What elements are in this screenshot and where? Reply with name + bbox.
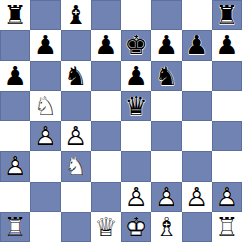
piece-glyph: ♟: [0, 61, 30, 91]
piece-glyph: ♟: [121, 61, 151, 91]
square-h7[interactable]: ♟: [212, 30, 242, 60]
square-f4[interactable]: [151, 121, 181, 151]
square-h6[interactable]: [212, 61, 242, 91]
piece-outline-layer: ♘: [30, 91, 60, 121]
white-rook[interactable]: ♜♖: [212, 212, 242, 242]
square-h3[interactable]: [212, 151, 242, 181]
piece-glyph: ♜: [0, 0, 30, 30]
white-knight[interactable]: ♞♘: [30, 91, 60, 121]
square-c5[interactable]: [61, 91, 91, 121]
piece-outline-layer: ♙: [182, 182, 212, 212]
square-e4[interactable]: [121, 121, 151, 151]
white-bishop[interactable]: ♝♗: [151, 212, 181, 242]
piece-outline-layer: ♕: [91, 212, 121, 242]
piece-outline-layer: ♔: [121, 212, 151, 242]
square-e6[interactable]: ♟: [121, 61, 151, 91]
square-h8[interactable]: ♜: [212, 0, 242, 30]
square-d8[interactable]: [91, 0, 121, 30]
black-pawn[interactable]: ♟: [182, 30, 212, 60]
black-rook[interactable]: ♜: [212, 0, 242, 30]
black-pawn[interactable]: ♟: [121, 61, 151, 91]
black-pawn[interactable]: ♟: [212, 30, 242, 60]
square-h2[interactable]: ♟♙: [212, 182, 242, 212]
square-f7[interactable]: ♟: [151, 30, 181, 60]
square-b4[interactable]: ♟♙: [30, 121, 60, 151]
white-pawn[interactable]: ♟♙: [0, 151, 30, 181]
square-b3[interactable]: [30, 151, 60, 181]
piece-outline-layer: ♘: [61, 151, 91, 181]
square-e7[interactable]: ♚: [121, 30, 151, 60]
square-e3[interactable]: [121, 151, 151, 181]
square-g3[interactable]: [182, 151, 212, 181]
white-pawn[interactable]: ♟♙: [182, 182, 212, 212]
square-b5[interactable]: ♞♘: [30, 91, 60, 121]
piece-glyph: ♟: [91, 30, 121, 60]
piece-glyph: ♛: [121, 91, 151, 121]
white-pawn[interactable]: ♟♙: [121, 182, 151, 212]
white-pawn[interactable]: ♟♙: [212, 182, 242, 212]
black-queen[interactable]: ♛: [121, 91, 151, 121]
square-e2[interactable]: ♟♙: [121, 182, 151, 212]
square-d3[interactable]: [91, 151, 121, 181]
piece-outline-layer: ♖: [212, 212, 242, 242]
square-f1[interactable]: ♝♗: [151, 212, 181, 242]
black-knight[interactable]: ♞: [61, 61, 91, 91]
black-bishop[interactable]: ♝: [61, 0, 91, 30]
square-a2[interactable]: [0, 182, 30, 212]
piece-glyph: ♜: [212, 0, 242, 30]
piece-outline-layer: ♙: [212, 182, 242, 212]
piece-outline-layer: ♙: [121, 182, 151, 212]
square-b7[interactable]: ♟: [30, 30, 60, 60]
white-knight[interactable]: ♞♘: [61, 151, 91, 181]
square-f5[interactable]: [151, 91, 181, 121]
square-e8[interactable]: [121, 0, 151, 30]
square-d1[interactable]: ♛♕: [91, 212, 121, 242]
piece-glyph: ♚: [121, 30, 151, 60]
square-c7[interactable]: [61, 30, 91, 60]
square-c1[interactable]: [61, 212, 91, 242]
square-d6[interactable]: [91, 61, 121, 91]
square-b2[interactable]: [30, 182, 60, 212]
square-c3[interactable]: ♞♘: [61, 151, 91, 181]
white-pawn[interactable]: ♟♙: [151, 182, 181, 212]
square-h5[interactable]: [212, 91, 242, 121]
chess-board: ♜♝♜♟♟♚♟♟♟♟♞♟♞♞♘♛♟♙♟♙♟♙♞♘♟♙♟♙♟♙♟♙♜♖♛♕♚♔♝♗…: [0, 0, 242, 242]
square-g6[interactable]: [182, 61, 212, 91]
square-c2[interactable]: [61, 182, 91, 212]
square-f3[interactable]: [151, 151, 181, 181]
piece-outline-layer: ♙: [0, 151, 30, 181]
square-a4[interactable]: [0, 121, 30, 151]
square-g8[interactable]: [182, 0, 212, 30]
piece-glyph: ♟: [30, 30, 60, 60]
square-g5[interactable]: [182, 91, 212, 121]
square-g1[interactable]: [182, 212, 212, 242]
square-a5[interactable]: [0, 91, 30, 121]
black-king[interactable]: ♚: [121, 30, 151, 60]
white-king[interactable]: ♚♔: [121, 212, 151, 242]
square-g7[interactable]: ♟: [182, 30, 212, 60]
piece-glyph: ♞: [61, 61, 91, 91]
square-d2[interactable]: [91, 182, 121, 212]
square-c6[interactable]: ♞: [61, 61, 91, 91]
square-b1[interactable]: [30, 212, 60, 242]
square-g4[interactable]: [182, 121, 212, 151]
square-d5[interactable]: [91, 91, 121, 121]
piece-glyph: ♟: [212, 30, 242, 60]
square-a3[interactable]: ♟♙: [0, 151, 30, 181]
black-rook[interactable]: ♜: [0, 0, 30, 30]
square-e5[interactable]: ♛: [121, 91, 151, 121]
piece-glyph: ♟: [182, 30, 212, 60]
square-h1[interactable]: ♜♖: [212, 212, 242, 242]
square-a7[interactable]: [0, 30, 30, 60]
white-pawn[interactable]: ♟♙: [61, 121, 91, 151]
square-a1[interactable]: ♜♖: [0, 212, 30, 242]
white-rook[interactable]: ♜♖: [0, 212, 30, 242]
black-pawn[interactable]: ♟: [30, 30, 60, 60]
piece-outline-layer: ♖: [0, 212, 30, 242]
square-g2[interactable]: ♟♙: [182, 182, 212, 212]
square-c8[interactable]: ♝: [61, 0, 91, 30]
square-e1[interactable]: ♚♔: [121, 212, 151, 242]
piece-glyph: ♝: [61, 0, 91, 30]
square-d4[interactable]: [91, 121, 121, 151]
white-pawn[interactable]: ♟♙: [30, 121, 60, 151]
square-h4[interactable]: [212, 121, 242, 151]
black-pawn[interactable]: ♟: [151, 30, 181, 60]
square-b8[interactable]: [30, 0, 60, 30]
square-d7[interactable]: ♟: [91, 30, 121, 60]
piece-outline-layer: ♙: [30, 121, 60, 151]
black-pawn[interactable]: ♟: [0, 61, 30, 91]
square-a6[interactable]: ♟: [0, 61, 30, 91]
piece-outline-layer: ♙: [61, 121, 91, 151]
black-knight[interactable]: ♞: [151, 61, 181, 91]
black-pawn[interactable]: ♟: [91, 30, 121, 60]
square-a8[interactable]: ♜: [0, 0, 30, 30]
piece-glyph: ♟: [151, 30, 181, 60]
square-b6[interactable]: [30, 61, 60, 91]
piece-outline-layer: ♗: [151, 212, 181, 242]
piece-glyph: ♞: [151, 61, 181, 91]
white-queen[interactable]: ♛♕: [91, 212, 121, 242]
square-f8[interactable]: [151, 0, 181, 30]
square-f2[interactable]: ♟♙: [151, 182, 181, 212]
piece-outline-layer: ♙: [151, 182, 181, 212]
square-c4[interactable]: ♟♙: [61, 121, 91, 151]
square-f6[interactable]: ♞: [151, 61, 181, 91]
